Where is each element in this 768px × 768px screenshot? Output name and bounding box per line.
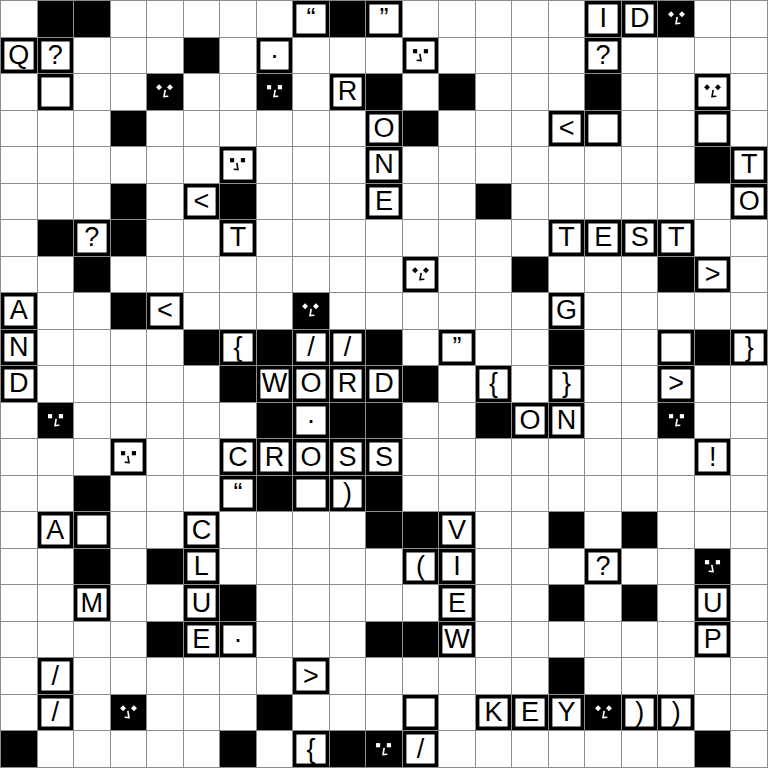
white-cell xyxy=(658,585,694,621)
boxed-char-cell-?: ? xyxy=(585,38,621,74)
boxed-char-cell-R: R xyxy=(330,74,366,110)
white-cell xyxy=(658,731,694,767)
black-cell xyxy=(403,366,439,402)
white-cell xyxy=(695,695,731,731)
white-cell xyxy=(111,257,147,293)
white-cell xyxy=(549,257,585,293)
white-cell xyxy=(731,695,767,731)
white-cell xyxy=(658,74,694,110)
diamond-eye xyxy=(606,705,612,711)
boxed-char-cell-“: “ xyxy=(293,1,329,37)
white-cell xyxy=(622,622,658,658)
boxed-char-cell-U: U xyxy=(184,585,220,621)
white-cell xyxy=(658,293,694,329)
L-mouth xyxy=(55,419,59,426)
boxed-char-cell-?: ? xyxy=(585,549,621,585)
boxed-char-cell-/: / xyxy=(330,330,366,366)
white-cell xyxy=(184,366,220,402)
black-face-icon-cell xyxy=(293,293,329,329)
white-cell xyxy=(549,439,585,475)
white-cell xyxy=(731,257,767,293)
black-cell xyxy=(257,695,293,731)
white-cell xyxy=(74,439,110,475)
white-cell xyxy=(184,731,220,767)
white-cell xyxy=(257,731,293,767)
boxed-char-cell-N: N xyxy=(1,330,37,366)
boxed-char-cell-D: D xyxy=(622,1,658,37)
white-cell xyxy=(476,330,512,366)
white-cell xyxy=(658,658,694,694)
white-cell xyxy=(293,549,329,585)
diamond-eye xyxy=(303,304,309,310)
white-cell xyxy=(439,111,475,147)
white-cell xyxy=(658,184,694,220)
boxed-char-cell-A: A xyxy=(38,512,74,548)
white-cell xyxy=(38,622,74,658)
J-mouth xyxy=(125,455,129,462)
black-cell xyxy=(658,257,694,293)
puzzle-grid: “”IDQ?·?RO<NT<EO?TTEST>A<GN{//”}DWORD{}>… xyxy=(0,0,768,768)
boxed-char-cell-O: O xyxy=(512,403,548,439)
face-icon-square-eyes-J-mouth xyxy=(227,154,248,175)
white-cell xyxy=(38,293,74,329)
black-cell xyxy=(330,403,366,439)
white-cell xyxy=(74,184,110,220)
white-cell xyxy=(585,622,621,658)
boxed-char-cell-<: < xyxy=(184,184,220,220)
white-cell xyxy=(695,658,731,694)
white-cell xyxy=(731,549,767,585)
black-cell xyxy=(366,403,402,439)
white-cell xyxy=(695,220,731,256)
black-cell xyxy=(1,731,37,767)
black-cell xyxy=(695,147,731,183)
boxed-char-cell-{: { xyxy=(476,366,512,402)
boxed-char-cell-E: E xyxy=(512,695,548,731)
boxed-char-cell-?: ? xyxy=(38,38,74,74)
white-cell xyxy=(439,403,475,439)
white-cell xyxy=(403,220,439,256)
black-face-icon-cell xyxy=(38,403,74,439)
black-cell xyxy=(257,403,293,439)
white-cell xyxy=(147,585,183,621)
white-cell xyxy=(695,476,731,512)
black-cell xyxy=(257,330,293,366)
white-cell xyxy=(439,38,475,74)
white-cell xyxy=(1,549,37,585)
face-icon-square-eyes-L-mouth xyxy=(666,410,687,431)
white-cell xyxy=(111,1,147,37)
square-eye xyxy=(132,451,136,455)
white-cell xyxy=(585,439,621,475)
white-cell xyxy=(184,1,220,37)
face-icon-diamond-eyes-L-mouth xyxy=(300,300,321,321)
boxed-char-cell-): ) xyxy=(622,695,658,731)
white-cell xyxy=(1,147,37,183)
black-face-icon-cell xyxy=(695,549,731,585)
white-cell xyxy=(695,38,731,74)
white-cell xyxy=(293,257,329,293)
white-cell xyxy=(585,330,621,366)
boxed-char-cell-R: R xyxy=(257,439,293,475)
white-cell xyxy=(111,549,147,585)
white-cell xyxy=(439,220,475,256)
boxed-char-cell-”: ” xyxy=(439,330,475,366)
boxed-char-cell->: > xyxy=(293,658,329,694)
white-cell xyxy=(257,622,293,658)
white-cell xyxy=(1,622,37,658)
white-cell xyxy=(330,111,366,147)
white-cell xyxy=(111,622,147,658)
white-cell xyxy=(257,1,293,37)
white-cell xyxy=(695,403,731,439)
black-face-icon-cell xyxy=(585,695,621,731)
white-cell xyxy=(549,38,585,74)
diamond-eye xyxy=(679,11,685,17)
white-cell xyxy=(220,74,256,110)
white-cell xyxy=(1,111,37,147)
boxed-char-cell-E: E xyxy=(184,622,220,658)
white-cell xyxy=(439,257,475,293)
white-cell xyxy=(439,184,475,220)
white-cell xyxy=(147,330,183,366)
white-cell xyxy=(622,439,658,475)
L-mouth xyxy=(712,90,716,97)
white-cell xyxy=(585,731,621,767)
boxed-empty-cell xyxy=(585,111,621,147)
diamond-eye xyxy=(704,85,710,91)
white-cell xyxy=(1,585,37,621)
white-cell xyxy=(293,695,329,731)
white-cell xyxy=(476,293,512,329)
black-cell xyxy=(366,622,402,658)
white-cell xyxy=(622,184,658,220)
white-cell xyxy=(366,695,402,731)
white-cell xyxy=(257,293,293,329)
black-cell xyxy=(220,585,256,621)
white-cell xyxy=(622,147,658,183)
white-cell xyxy=(549,184,585,220)
white-cell xyxy=(476,111,512,147)
white-cell xyxy=(512,512,548,548)
white-cell xyxy=(366,293,402,329)
white-cell xyxy=(111,585,147,621)
white-cell xyxy=(731,366,767,402)
white-cell xyxy=(403,1,439,37)
white-cell xyxy=(1,1,37,37)
white-cell xyxy=(695,512,731,548)
boxed-char-cell-<: < xyxy=(549,111,585,147)
white-cell xyxy=(1,476,37,512)
boxed-char-cell-·: · xyxy=(257,38,293,74)
white-cell xyxy=(366,257,402,293)
white-cell xyxy=(38,257,74,293)
white-cell xyxy=(111,366,147,402)
black-cell xyxy=(74,549,110,585)
white-cell xyxy=(439,293,475,329)
white-cell xyxy=(293,184,329,220)
black-face-icon-cell xyxy=(257,74,293,110)
white-cell xyxy=(512,439,548,475)
white-cell xyxy=(549,74,585,110)
boxed-char-cell-?: ? xyxy=(74,220,110,256)
white-cell xyxy=(257,184,293,220)
white-cell xyxy=(403,439,439,475)
diamond-eye xyxy=(715,85,721,91)
white-cell xyxy=(147,38,183,74)
white-cell xyxy=(184,403,220,439)
white-cell xyxy=(585,512,621,548)
black-cell xyxy=(220,184,256,220)
boxed-char-cell-K: K xyxy=(476,695,512,731)
square-eye xyxy=(716,560,720,564)
face-icon-diamond-eyes-L-mouth xyxy=(154,81,175,102)
white-cell xyxy=(622,403,658,439)
white-cell xyxy=(74,293,110,329)
square-eye xyxy=(669,414,673,418)
boxed-char-cell-”: ” xyxy=(366,1,402,37)
white-cell xyxy=(403,330,439,366)
diamond-eye xyxy=(313,304,319,310)
white-cell xyxy=(658,476,694,512)
black-cell xyxy=(220,366,256,402)
white-cell xyxy=(658,111,694,147)
black-face-icon-cell xyxy=(111,695,147,731)
white-cell xyxy=(366,549,402,585)
L-mouth xyxy=(676,17,680,24)
white-cell xyxy=(549,549,585,585)
white-cell xyxy=(1,658,37,694)
white-cell xyxy=(111,731,147,767)
white-cell xyxy=(330,257,366,293)
white-cell xyxy=(476,512,512,548)
boxed-char-cell-T: T xyxy=(731,147,767,183)
white-cell xyxy=(658,147,694,183)
boxed-char-cell-I: I xyxy=(585,1,621,37)
boxed-char-cell-(: ( xyxy=(403,549,439,585)
boxed-char-cell-·: · xyxy=(220,622,256,658)
square-eye xyxy=(48,414,52,418)
white-cell xyxy=(731,293,767,329)
white-cell xyxy=(330,293,366,329)
boxed-char-cell->: > xyxy=(658,366,694,402)
white-cell xyxy=(220,549,256,585)
black-cell xyxy=(74,476,110,512)
boxed-char-cell-N: N xyxy=(366,147,402,183)
boxed-char-cell-I: I xyxy=(439,549,475,585)
black-face-icon-cell xyxy=(366,731,402,767)
face-icon-square-eyes-L-mouth xyxy=(45,410,66,431)
white-cell xyxy=(220,38,256,74)
white-cell xyxy=(257,147,293,183)
white-cell xyxy=(38,184,74,220)
black-cell xyxy=(111,111,147,147)
white-cell xyxy=(476,1,512,37)
white-cell xyxy=(220,293,256,329)
black-cell xyxy=(74,1,110,37)
white-cell xyxy=(147,1,183,37)
white-cell xyxy=(220,1,256,37)
white-cell xyxy=(1,695,37,731)
white-cell xyxy=(512,330,548,366)
black-face-icon-cell xyxy=(658,403,694,439)
L-mouth xyxy=(274,90,278,97)
white-cell xyxy=(184,220,220,256)
black-cell xyxy=(549,585,585,621)
black-cell xyxy=(184,38,220,74)
white-cell xyxy=(512,476,548,512)
black-cell xyxy=(512,257,548,293)
white-cell xyxy=(111,403,147,439)
boxed-char-cell-M: M xyxy=(74,585,110,621)
boxed-char-cell-C: C xyxy=(220,439,256,475)
black-cell xyxy=(622,585,658,621)
boxed-face-icon-cell xyxy=(695,74,731,110)
white-cell xyxy=(512,74,548,110)
boxed-char-cell-E: E xyxy=(439,585,475,621)
white-cell xyxy=(38,549,74,585)
square-eye xyxy=(59,414,63,418)
white-cell xyxy=(74,695,110,731)
square-eye xyxy=(413,49,417,53)
white-cell xyxy=(622,366,658,402)
L-mouth xyxy=(384,748,388,755)
white-cell xyxy=(293,512,329,548)
black-cell xyxy=(111,293,147,329)
white-cell xyxy=(622,111,658,147)
face-icon-diamond-eyes-L-mouth xyxy=(593,702,614,723)
white-cell xyxy=(330,695,366,731)
white-cell xyxy=(731,403,767,439)
black-cell xyxy=(330,1,366,37)
black-cell xyxy=(257,476,293,512)
L-mouth xyxy=(310,309,314,316)
white-cell xyxy=(184,293,220,329)
white-cell xyxy=(731,439,767,475)
white-cell xyxy=(74,74,110,110)
white-cell xyxy=(220,257,256,293)
white-cell xyxy=(622,330,658,366)
white-cell xyxy=(658,622,694,658)
white-cell xyxy=(731,658,767,694)
white-cell xyxy=(512,585,548,621)
white-cell xyxy=(111,512,147,548)
L-mouth xyxy=(676,419,680,426)
white-cell xyxy=(439,695,475,731)
square-eye xyxy=(424,49,428,53)
boxed-char-cell-S: S xyxy=(330,439,366,475)
black-cell xyxy=(74,257,110,293)
white-cell xyxy=(476,439,512,475)
boxed-empty-cell xyxy=(695,111,731,147)
diamond-eye xyxy=(668,11,674,17)
face-icon-diamond-eyes-L-mouth xyxy=(702,81,723,102)
white-cell xyxy=(147,220,183,256)
L-mouth xyxy=(420,273,424,280)
white-cell xyxy=(111,74,147,110)
black-cell xyxy=(38,1,74,37)
boxed-empty-cell xyxy=(38,74,74,110)
black-cell xyxy=(366,74,402,110)
white-cell xyxy=(38,111,74,147)
white-cell xyxy=(585,257,621,293)
white-cell xyxy=(512,1,548,37)
white-cell xyxy=(330,549,366,585)
white-cell xyxy=(111,147,147,183)
diamond-eye xyxy=(423,267,429,273)
boxed-char-cell-P: P xyxy=(695,622,731,658)
white-cell xyxy=(330,184,366,220)
face-icon-diamond-eyes-L-mouth xyxy=(666,8,687,29)
face-icon-square-eyes-L-mouth xyxy=(373,739,394,760)
white-cell xyxy=(38,731,74,767)
white-cell xyxy=(111,330,147,366)
black-cell xyxy=(220,731,256,767)
white-cell xyxy=(257,220,293,256)
white-cell xyxy=(74,622,110,658)
white-cell xyxy=(330,147,366,183)
white-cell xyxy=(184,111,220,147)
black-cell xyxy=(622,512,658,548)
white-cell xyxy=(476,38,512,74)
white-cell xyxy=(512,184,548,220)
white-cell xyxy=(257,512,293,548)
white-cell xyxy=(549,1,585,37)
black-cell xyxy=(695,330,731,366)
boxed-char-cell-Y: Y xyxy=(549,695,585,731)
boxed-char-cell-O: O xyxy=(366,111,402,147)
diamond-eye xyxy=(595,705,601,711)
white-cell xyxy=(330,220,366,256)
white-cell xyxy=(330,658,366,694)
diamond-eye xyxy=(131,705,137,711)
white-cell xyxy=(257,257,293,293)
boxed-char-cell-O: O xyxy=(293,366,329,402)
white-cell xyxy=(512,622,548,658)
J-mouth xyxy=(125,711,129,718)
black-cell xyxy=(111,184,147,220)
white-cell xyxy=(512,731,548,767)
boxed-empty-cell xyxy=(403,695,439,731)
white-cell xyxy=(476,585,512,621)
black-cell xyxy=(403,512,439,548)
white-cell xyxy=(731,731,767,767)
white-cell xyxy=(38,330,74,366)
white-cell xyxy=(1,74,37,110)
white-cell xyxy=(330,512,366,548)
white-cell xyxy=(731,1,767,37)
white-cell xyxy=(147,366,183,402)
J-mouth xyxy=(709,565,713,572)
white-cell xyxy=(257,658,293,694)
face-icon-square-eyes-J-mouth xyxy=(118,447,139,468)
white-cell xyxy=(512,658,548,694)
white-cell xyxy=(439,1,475,37)
boxed-char-cell-“: “ xyxy=(220,476,256,512)
white-cell xyxy=(476,658,512,694)
white-cell xyxy=(731,111,767,147)
white-cell xyxy=(38,439,74,475)
white-cell xyxy=(439,731,475,767)
black-cell xyxy=(366,512,402,548)
white-cell xyxy=(257,585,293,621)
boxed-char-cell-S: S xyxy=(622,220,658,256)
boxed-empty-cell xyxy=(293,476,329,512)
white-cell xyxy=(512,147,548,183)
diamond-eye xyxy=(120,705,126,711)
black-cell xyxy=(476,403,512,439)
white-cell xyxy=(731,74,767,110)
